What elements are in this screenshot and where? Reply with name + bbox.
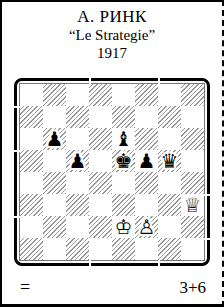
square-b3 — [43, 194, 66, 216]
square-f5: ♟ — [135, 150, 158, 172]
white-king-e2: ♔ — [115, 217, 133, 237]
frame-gap-right-2 — [204, 238, 210, 240]
square-c7 — [66, 106, 89, 128]
square-h8 — [181, 84, 204, 106]
board-frame: ♟♝♟♚♟♛♕♔♙ — [14, 78, 210, 266]
frame-gap-right-1 — [204, 194, 210, 196]
frame-gap-top-1 — [89, 78, 91, 84]
frame-gap-left-2 — [14, 150, 20, 152]
square-f4 — [135, 172, 158, 194]
square-g3 — [158, 194, 181, 216]
white-pawn-f2: ♙ — [138, 217, 156, 237]
frame-gap-top-2 — [158, 78, 160, 84]
square-a3 — [20, 194, 43, 216]
square-h2 — [181, 216, 204, 238]
problem-footer: = 3+6 — [20, 277, 206, 298]
square-h6 — [181, 128, 204, 150]
square-g4 — [158, 172, 181, 194]
square-f8 — [135, 84, 158, 106]
square-d8 — [89, 84, 112, 106]
square-a5 — [20, 150, 43, 172]
frame-gap-left-1 — [14, 106, 20, 108]
frame-gap-bottom-2 — [158, 260, 160, 266]
square-g7 — [158, 106, 181, 128]
square-d2 — [89, 216, 112, 238]
scanned-diagram-page: А. РИНК “Le Strategie” 1917 ♟♝♟♚♟♛♕♔♙ = … — [0, 0, 224, 307]
square-a8 — [20, 84, 43, 106]
black-pawn-f5: ♟ — [138, 151, 156, 171]
chess-board: ♟♝♟♚♟♛♕♔♙ — [14, 78, 210, 266]
source-name: “Le Strategie” — [2, 26, 222, 44]
board-grid: ♟♝♟♚♟♛♕♔♙ — [20, 84, 204, 260]
square-h1 — [181, 238, 204, 260]
board-inner-line: ♟♝♟♚♟♛♕♔♙ — [19, 83, 205, 261]
square-e2: ♔ — [112, 216, 135, 238]
square-g1 — [158, 238, 181, 260]
square-d7 — [89, 106, 112, 128]
frame-gap-left-3 — [14, 216, 20, 218]
square-f6 — [135, 128, 158, 150]
square-c4 — [66, 172, 89, 194]
square-d3 — [89, 194, 112, 216]
square-d1 — [89, 238, 112, 260]
square-e1 — [112, 238, 135, 260]
square-e3 — [112, 194, 135, 216]
square-d6 — [89, 128, 112, 150]
square-c6 — [66, 128, 89, 150]
frame-gap-bottom-1 — [89, 260, 91, 266]
white-queen-h3: ♕ — [184, 195, 202, 215]
composer-name: А. РИНК — [2, 7, 222, 26]
square-c1 — [66, 238, 89, 260]
square-g2 — [158, 216, 181, 238]
square-e7 — [112, 106, 135, 128]
stipulation: = — [20, 277, 30, 298]
square-c2 — [66, 216, 89, 238]
square-h7 — [181, 106, 204, 128]
square-c8 — [66, 84, 89, 106]
square-f2: ♙ — [135, 216, 158, 238]
square-h5 — [181, 150, 204, 172]
square-e8 — [112, 84, 135, 106]
square-e4 — [112, 172, 135, 194]
square-f1 — [135, 238, 158, 260]
square-h3: ♕ — [181, 194, 204, 216]
square-b8 — [43, 84, 66, 106]
square-a2 — [20, 216, 43, 238]
black-queen-g5: ♛ — [161, 151, 179, 171]
square-a1 — [20, 238, 43, 260]
square-f3 — [135, 194, 158, 216]
square-b2 — [43, 216, 66, 238]
square-d4 — [89, 172, 112, 194]
square-d5 — [89, 150, 112, 172]
material-count: 3+6 — [179, 278, 206, 298]
square-g5: ♛ — [158, 150, 181, 172]
square-e5: ♚ — [112, 150, 135, 172]
square-b1 — [43, 238, 66, 260]
square-a4 — [20, 172, 43, 194]
square-h4 — [181, 172, 204, 194]
square-b5 — [43, 150, 66, 172]
square-b6: ♟ — [43, 128, 66, 150]
square-a7 — [20, 106, 43, 128]
black-pawn-c5: ♟ — [69, 151, 87, 171]
black-king-e5: ♚ — [115, 151, 133, 171]
square-c3 — [66, 194, 89, 216]
black-bishop-e6: ♝ — [115, 129, 133, 149]
square-g8 — [158, 84, 181, 106]
square-c5: ♟ — [66, 150, 89, 172]
square-b4 — [43, 172, 66, 194]
square-e6: ♝ — [112, 128, 135, 150]
square-f7 — [135, 106, 158, 128]
problem-header: А. РИНК “Le Strategie” 1917 — [2, 2, 222, 62]
square-g6 — [158, 128, 181, 150]
square-a6 — [20, 128, 43, 150]
black-pawn-b6: ♟ — [46, 129, 64, 149]
publication-year: 1917 — [2, 44, 222, 62]
square-b7 — [43, 106, 66, 128]
